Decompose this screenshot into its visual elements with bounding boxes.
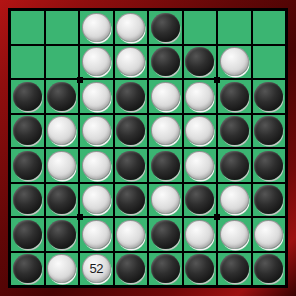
disc-black [185, 47, 214, 76]
cell-a8[interactable] [11, 253, 44, 286]
cell-d7[interactable] [115, 218, 148, 251]
disc-black [47, 185, 76, 214]
disc-black [151, 220, 180, 249]
cell-h6[interactable] [253, 184, 286, 217]
disc-white [220, 185, 249, 214]
disc-black [116, 151, 145, 180]
cell-g6[interactable] [218, 184, 251, 217]
disc-black [47, 220, 76, 249]
board-inner-border: 52 [8, 8, 288, 288]
cell-h5[interactable] [253, 149, 286, 182]
disc-black [254, 82, 283, 111]
cell-e4[interactable] [149, 115, 182, 148]
cell-c2[interactable] [80, 46, 113, 79]
disc-white [47, 254, 76, 283]
cell-c1[interactable] [80, 11, 113, 44]
cell-h4[interactable] [253, 115, 286, 148]
cell-g2[interactable] [218, 46, 251, 79]
disc-black [254, 185, 283, 214]
cell-f7[interactable] [184, 218, 217, 251]
disc-black [116, 185, 145, 214]
disc-black [13, 151, 42, 180]
cell-b8[interactable] [46, 253, 79, 286]
disc-white [254, 220, 283, 249]
disc-black [151, 13, 180, 42]
disc-black [116, 254, 145, 283]
disc-white [116, 220, 145, 249]
disc-black [151, 47, 180, 76]
disc-white [47, 116, 76, 145]
disc-black [185, 185, 214, 214]
cell-a6[interactable] [11, 184, 44, 217]
cell-d5[interactable] [115, 149, 148, 182]
cell-a7[interactable] [11, 218, 44, 251]
disc-white [82, 185, 111, 214]
disc-black [220, 254, 249, 283]
cell-d4[interactable] [115, 115, 148, 148]
cell-g3[interactable] [218, 80, 251, 113]
disc-white [116, 47, 145, 76]
disc-white [82, 151, 111, 180]
disc-black [13, 254, 42, 283]
cell-g8[interactable] [218, 253, 251, 286]
cell-f5[interactable] [184, 149, 217, 182]
cell-f6[interactable] [184, 184, 217, 217]
cell-d3[interactable] [115, 80, 148, 113]
cell-h3[interactable] [253, 80, 286, 113]
cell-g7[interactable] [218, 218, 251, 251]
cell-f1[interactable] [184, 11, 217, 44]
last-move-number: 52 [90, 262, 103, 275]
cell-g5[interactable] [218, 149, 251, 182]
disc-white [82, 116, 111, 145]
cell-e5[interactable] [149, 149, 182, 182]
cell-d1[interactable] [115, 11, 148, 44]
cell-h8[interactable] [253, 253, 286, 286]
cell-e7[interactable] [149, 218, 182, 251]
cell-d8[interactable] [115, 253, 148, 286]
disc-black [116, 116, 145, 145]
disc-black [151, 254, 180, 283]
disc-white [151, 116, 180, 145]
cell-b6[interactable] [46, 184, 79, 217]
disc-white [185, 82, 214, 111]
disc-white [220, 47, 249, 76]
disc-black [220, 82, 249, 111]
star-point [77, 77, 83, 83]
disc-black [220, 151, 249, 180]
disc-white [151, 82, 180, 111]
disc-black [151, 151, 180, 180]
cell-c6[interactable] [80, 184, 113, 217]
cell-f2[interactable] [184, 46, 217, 79]
cell-h2[interactable] [253, 46, 286, 79]
disc-black [116, 82, 145, 111]
cell-g1[interactable] [218, 11, 251, 44]
cell-e8[interactable] [149, 253, 182, 286]
disc-white [82, 13, 111, 42]
disc-white [116, 13, 145, 42]
cell-a4[interactable] [11, 115, 44, 148]
cell-f3[interactable] [184, 80, 217, 113]
disc-white [47, 151, 76, 180]
disc-white [185, 116, 214, 145]
disc-black [254, 116, 283, 145]
cell-b5[interactable] [46, 149, 79, 182]
cell-d2[interactable] [115, 46, 148, 79]
disc-black [185, 254, 214, 283]
star-point [77, 214, 83, 220]
cell-b3[interactable] [46, 80, 79, 113]
cell-c5[interactable] [80, 149, 113, 182]
disc-black [47, 82, 76, 111]
disc-black [13, 116, 42, 145]
cell-c3[interactable] [80, 80, 113, 113]
star-point [214, 214, 220, 220]
board-outer-frame: 52 [0, 0, 296, 296]
cell-g4[interactable] [218, 115, 251, 148]
cell-a3[interactable] [11, 80, 44, 113]
cell-h7[interactable] [253, 218, 286, 251]
cell-e3[interactable] [149, 80, 182, 113]
cell-b4[interactable] [46, 115, 79, 148]
disc-white [151, 185, 180, 214]
cell-a2[interactable] [11, 46, 44, 79]
disc-white [185, 151, 214, 180]
cell-e2[interactable] [149, 46, 182, 79]
cell-e6[interactable] [149, 184, 182, 217]
disc-white [220, 220, 249, 249]
cell-e1[interactable] [149, 11, 182, 44]
cell-d6[interactable] [115, 184, 148, 217]
disc-white: 52 [82, 254, 111, 283]
disc-black [254, 151, 283, 180]
disc-white [82, 82, 111, 111]
disc-black [220, 116, 249, 145]
cell-h1[interactable] [253, 11, 286, 44]
cell-c4[interactable] [80, 115, 113, 148]
disc-black [13, 220, 42, 249]
cell-c7[interactable] [80, 218, 113, 251]
disc-black [13, 185, 42, 214]
star-point [214, 77, 220, 83]
cell-b2[interactable] [46, 46, 79, 79]
disc-black [13, 82, 42, 111]
cell-a5[interactable] [11, 149, 44, 182]
disc-white [185, 220, 214, 249]
disc-black [254, 254, 283, 283]
cell-b7[interactable] [46, 218, 79, 251]
cell-f4[interactable] [184, 115, 217, 148]
cell-c8[interactable]: 52 [80, 253, 113, 286]
cell-a1[interactable] [11, 11, 44, 44]
disc-white [82, 47, 111, 76]
cell-b1[interactable] [46, 11, 79, 44]
cell-f8[interactable] [184, 253, 217, 286]
disc-white [82, 220, 111, 249]
board-grid: 52 [11, 11, 285, 285]
